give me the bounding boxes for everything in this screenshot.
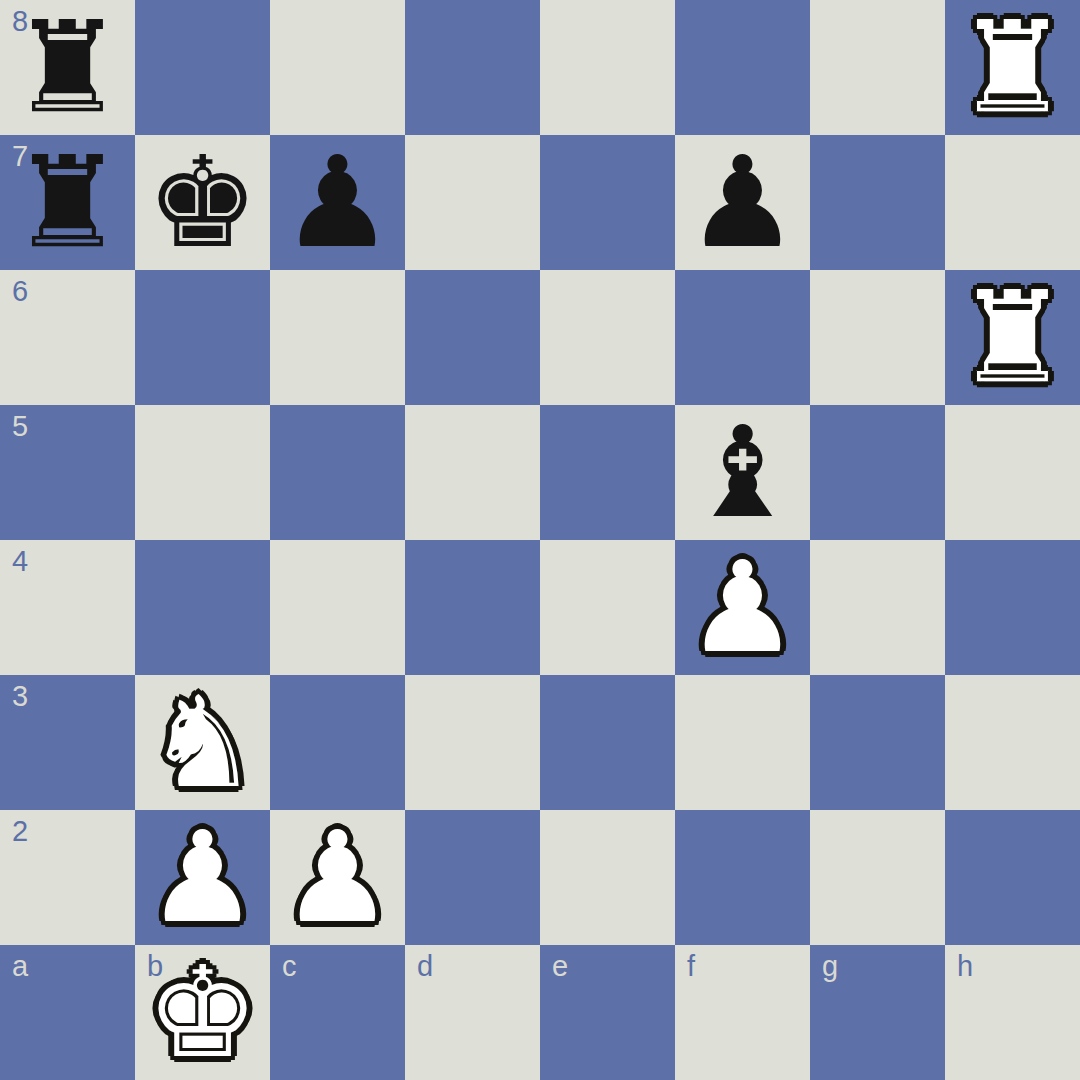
square-a7[interactable]: 7 <box>0 135 135 270</box>
square-b5[interactable] <box>135 405 270 540</box>
square-g6[interactable] <box>810 270 945 405</box>
square-g3[interactable] <box>810 675 945 810</box>
square-d1[interactable]: d <box>405 945 540 1080</box>
square-h1[interactable]: h <box>945 945 1080 1080</box>
coord-rank-label: 4 <box>12 547 28 576</box>
square-d3[interactable] <box>405 675 540 810</box>
square-f6[interactable] <box>675 270 810 405</box>
square-g5[interactable] <box>810 405 945 540</box>
square-d6[interactable] <box>405 270 540 405</box>
square-e7[interactable] <box>540 135 675 270</box>
square-b8[interactable] <box>135 0 270 135</box>
coord-file-label: f <box>687 952 695 981</box>
square-d4[interactable] <box>405 540 540 675</box>
piece-white-king[interactable] <box>135 945 270 1080</box>
piece-white-pawn[interactable] <box>135 810 270 945</box>
piece-white-rook[interactable] <box>945 0 1080 135</box>
coord-file-label: c <box>282 952 297 981</box>
square-e4[interactable] <box>540 540 675 675</box>
square-c1[interactable]: c <box>270 945 405 1080</box>
square-g2[interactable] <box>810 810 945 945</box>
piece-black-rook[interactable] <box>0 135 135 270</box>
square-a4[interactable]: 4 <box>0 540 135 675</box>
coord-rank-label: 2 <box>12 817 28 846</box>
square-b6[interactable] <box>135 270 270 405</box>
square-h4[interactable] <box>945 540 1080 675</box>
piece-white-pawn[interactable] <box>675 540 810 675</box>
coord-rank-label: 5 <box>12 412 28 441</box>
piece-black-pawn[interactable] <box>675 135 810 270</box>
coord-rank-label: 3 <box>12 682 28 711</box>
square-c4[interactable] <box>270 540 405 675</box>
piece-black-pawn[interactable] <box>270 135 405 270</box>
square-b7[interactable] <box>135 135 270 270</box>
coord-rank-label: 6 <box>12 277 28 306</box>
piece-black-rook[interactable] <box>0 0 135 135</box>
square-c6[interactable] <box>270 270 405 405</box>
piece-white-rook[interactable] <box>945 270 1080 405</box>
square-e5[interactable] <box>540 405 675 540</box>
square-g8[interactable] <box>810 0 945 135</box>
square-a2[interactable]: 2 <box>0 810 135 945</box>
square-g7[interactable] <box>810 135 945 270</box>
square-d5[interactable] <box>405 405 540 540</box>
piece-black-bishop[interactable] <box>675 405 810 540</box>
square-d7[interactable] <box>405 135 540 270</box>
square-h6[interactable] <box>945 270 1080 405</box>
square-f5[interactable] <box>675 405 810 540</box>
square-b2[interactable] <box>135 810 270 945</box>
square-c3[interactable] <box>270 675 405 810</box>
coord-file-label: d <box>417 952 433 981</box>
square-c2[interactable] <box>270 810 405 945</box>
square-c8[interactable] <box>270 0 405 135</box>
square-a3[interactable]: 3 <box>0 675 135 810</box>
piece-white-knight[interactable] <box>135 675 270 810</box>
square-h7[interactable] <box>945 135 1080 270</box>
coord-file-label: a <box>12 952 28 981</box>
square-e1[interactable]: e <box>540 945 675 1080</box>
chess-board: 8765432abcdefgh <box>0 0 1080 1080</box>
square-f1[interactable]: f <box>675 945 810 1080</box>
piece-white-pawn[interactable] <box>270 810 405 945</box>
square-a6[interactable]: 6 <box>0 270 135 405</box>
square-b3[interactable] <box>135 675 270 810</box>
square-b4[interactable] <box>135 540 270 675</box>
square-b1[interactable]: b <box>135 945 270 1080</box>
square-f7[interactable] <box>675 135 810 270</box>
square-f4[interactable] <box>675 540 810 675</box>
square-e6[interactable] <box>540 270 675 405</box>
square-h5[interactable] <box>945 405 1080 540</box>
square-g4[interactable] <box>810 540 945 675</box>
square-d2[interactable] <box>405 810 540 945</box>
square-h2[interactable] <box>945 810 1080 945</box>
square-e2[interactable] <box>540 810 675 945</box>
square-g1[interactable]: g <box>810 945 945 1080</box>
square-h3[interactable] <box>945 675 1080 810</box>
square-a1[interactable]: a <box>0 945 135 1080</box>
coord-file-label: e <box>552 952 568 981</box>
square-a5[interactable]: 5 <box>0 405 135 540</box>
square-h8[interactable] <box>945 0 1080 135</box>
square-f8[interactable] <box>675 0 810 135</box>
square-e8[interactable] <box>540 0 675 135</box>
square-e3[interactable] <box>540 675 675 810</box>
square-a8[interactable]: 8 <box>0 0 135 135</box>
square-c7[interactable] <box>270 135 405 270</box>
square-c5[interactable] <box>270 405 405 540</box>
piece-black-king[interactable] <box>135 135 270 270</box>
square-f2[interactable] <box>675 810 810 945</box>
coord-file-label: h <box>957 952 973 981</box>
square-d8[interactable] <box>405 0 540 135</box>
coord-file-label: g <box>822 952 838 981</box>
square-f3[interactable] <box>675 675 810 810</box>
